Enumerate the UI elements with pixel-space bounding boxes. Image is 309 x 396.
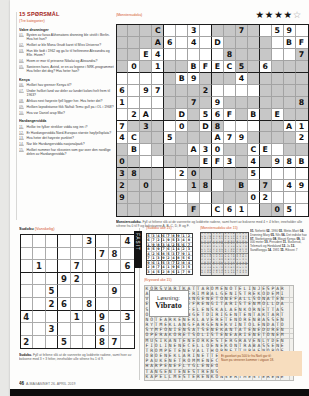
cell-r13c5[interactable]: [164, 168, 176, 180]
cell-r14c12[interactable]: [248, 180, 260, 192]
cell-r4c3[interactable]: [140, 61, 152, 73]
cell-r6c12[interactable]: [248, 85, 260, 97]
cell-r8c5[interactable]: [71, 323, 84, 336]
footer-text: A-MAGASINET 26. APRIL 2019: [26, 382, 75, 386]
cell-r1c4[interactable]: [58, 235, 71, 248]
cell-r2c5: 6: [164, 37, 176, 49]
cell-r5c15[interactable]: [284, 73, 296, 85]
cell-r3c5[interactable]: [164, 49, 176, 61]
cell-r1c6[interactable]: [176, 25, 188, 37]
answer-text: 1990: [271, 229, 279, 232]
cell-r10c14[interactable]: [272, 132, 284, 144]
cell-r11c8: 3: [200, 144, 212, 156]
cell-r2c3[interactable]: [46, 248, 59, 261]
cell-r10c15[interactable]: [284, 132, 296, 144]
cell-r5c8[interactable]: [200, 73, 212, 85]
fasit-tab: FASIT: [134, 231, 142, 268]
cell-r7c5[interactable]: [164, 97, 176, 109]
cell-r16c15: 5: [284, 204, 296, 216]
cell-r5c7[interactable]: [96, 285, 109, 298]
sudoku-grid: 347817692592684193362587: [20, 234, 135, 349]
cell-r10c16: 2: [296, 132, 308, 144]
cell-r7c10[interactable]: [224, 97, 236, 109]
cell-r6c2[interactable]: [33, 298, 46, 311]
cell-r5c1[interactable]: [117, 73, 129, 85]
cell-r6c10[interactable]: [224, 85, 236, 97]
cell-r8c1[interactable]: [117, 109, 129, 121]
cell-r2c11[interactable]: [236, 37, 248, 49]
cell-r5c4[interactable]: [58, 285, 71, 298]
cell-r7c6[interactable]: [176, 97, 188, 109]
quiz-question-number: 11.: [19, 125, 27, 129]
cell-r9c2[interactable]: [128, 121, 140, 133]
quiz-question: 14.Når ble Hardangervidda nasjonalpark?: [19, 142, 115, 146]
cell-r3c1[interactable]: [21, 260, 34, 273]
cell-r12c5[interactable]: [164, 156, 176, 168]
cell-r9c11[interactable]: [236, 121, 248, 133]
cell-r5c5[interactable]: [164, 73, 176, 85]
cell-r11c14[interactable]: [272, 144, 284, 156]
cell-r16c4[interactable]: [152, 204, 164, 216]
cell-r12c11[interactable]: [236, 156, 248, 168]
answer-number: 14.: [267, 248, 272, 251]
cell-r3c14[interactable]: [272, 49, 284, 61]
cell-r4c11: 5: [236, 61, 248, 73]
cell-r5c9[interactable]: [212, 73, 224, 85]
cell-r6c9[interactable]: [212, 85, 224, 97]
crossword-solution-caption-wrap: (Kryssord uke 15): [144, 278, 199, 284]
cell-r10c3[interactable]: [140, 132, 152, 144]
monstersudoku-label-wrap: (Monstersudoku): [116, 13, 169, 19]
cell-r8c9[interactable]: [121, 323, 134, 336]
answer-text: 1981: [272, 248, 280, 251]
cell-r9c9: 8: [212, 121, 224, 133]
cell-r15c5[interactable]: [164, 192, 176, 204]
cell-r3c2[interactable]: [128, 49, 140, 61]
cell-r4c7[interactable]: [96, 273, 109, 286]
quiz-question-text: Hvilket nummer har riksveien som går ove…: [26, 148, 115, 156]
cell-r4c1[interactable]: [117, 61, 129, 73]
cell-r5c2[interactable]: [128, 73, 140, 85]
cell-r5c3[interactable]: [140, 73, 152, 85]
cell-r8c14: E: [272, 109, 284, 121]
cell-r6c13[interactable]: [260, 85, 272, 97]
answer-number: 09.: [296, 237, 301, 240]
cell-r15c6[interactable]: [176, 192, 188, 204]
cell-r7c8[interactable]: [109, 311, 122, 324]
cell-r16c16[interactable]: [296, 204, 308, 216]
cell-r4c2[interactable]: [33, 273, 46, 286]
sudoku-solution-thumbnail: 5346789126721953481983425678597614234268…: [146, 233, 193, 275]
cell-r1c2[interactable]: [128, 25, 140, 37]
cell-r7c15[interactable]: [284, 97, 296, 109]
cell-r15c9[interactable]: [212, 192, 224, 204]
cell-r1c14: 5: [272, 25, 284, 37]
cell-r8c13[interactable]: [260, 109, 272, 121]
cell-r16c3[interactable]: [140, 204, 152, 216]
cell-r4c12[interactable]: [248, 61, 260, 73]
cell-r13c9[interactable]: [212, 168, 224, 180]
cell-r15c3[interactable]: [140, 192, 152, 204]
cell-r14c2[interactable]: [128, 180, 140, 192]
star-filled-icon: ★: [256, 9, 265, 20]
cell-r14c8: 8: [200, 180, 212, 192]
cell-r15c11[interactable]: [236, 192, 248, 204]
cell-r7c2[interactable]: [33, 311, 46, 324]
cell-r8c11[interactable]: [236, 109, 248, 121]
cell-r7c11[interactable]: [236, 97, 248, 109]
cell-r1c5[interactable]: [71, 235, 84, 248]
cell-r4c4: 1: [152, 61, 164, 73]
cell-r8c10: F: [224, 109, 236, 121]
quiz-column: 15 SPØRSMÅL (Tre kategorier) Vakre dronn…: [19, 11, 115, 225]
sudoku-caption-text: Fyll ut feltene slik at de vannrette og …: [19, 353, 131, 361]
cell-r4c14[interactable]: [272, 61, 284, 73]
cell-r8c1[interactable]: [21, 323, 34, 336]
cell-r6c7[interactable]: [96, 298, 109, 311]
cell-r16c16: A: [245, 272, 248, 275]
cell-r4c1[interactable]: [21, 273, 34, 286]
cell-r10c4[interactable]: [152, 132, 164, 144]
cell-r9c13[interactable]: [260, 121, 272, 133]
cell-r2c8[interactable]: [200, 37, 212, 49]
cell-r2c8: 8: [109, 248, 122, 261]
cell-r1c8[interactable]: [109, 235, 122, 248]
cell-r8c4[interactable]: [58, 323, 71, 336]
cell-r7c6[interactable]: [83, 311, 96, 324]
cell-r13c14[interactable]: [272, 168, 284, 180]
cell-r9c10[interactable]: [224, 121, 236, 133]
cell-r16c2[interactable]: [128, 204, 140, 216]
cell-r14c9[interactable]: [212, 180, 224, 192]
quiz-answers-wrap: 01. Nefertiti 02. 1990 03. Mette-Marit 0…: [250, 229, 309, 277]
quiz-question-text: Bysten av farao Akhenatons dronning ble …: [26, 33, 115, 41]
cell-r3c13[interactable]: [260, 49, 272, 61]
cell-r10c8[interactable]: [200, 132, 212, 144]
cell-r13c11[interactable]: [236, 168, 248, 180]
cell-r6c5[interactable]: [164, 85, 176, 97]
cell-r7c9: 9: [212, 97, 224, 109]
answer-number: 06.: [281, 233, 286, 236]
cell-r6c1[interactable]: [21, 298, 34, 311]
cell-r5c14[interactable]: [272, 73, 284, 85]
cell-r4c16[interactable]: [296, 61, 308, 73]
cell-r15c8[interactable]: [200, 192, 212, 204]
cell-r16c6[interactable]: [176, 204, 188, 216]
cell-r16c1[interactable]: [117, 204, 129, 216]
cell-r9c7[interactable]: [188, 121, 200, 133]
cell-r6c5[interactable]: [71, 298, 84, 311]
cell-r11c6[interactable]: [176, 144, 188, 156]
cell-r9c6[interactable]: [83, 336, 96, 349]
cell-r11c15[interactable]: [284, 144, 296, 156]
cell-r2c4[interactable]: [58, 248, 71, 261]
cell-r8c15[interactable]: [284, 109, 296, 121]
cell-r2c6[interactable]: [176, 37, 188, 49]
cell-r3c4: 4: [152, 49, 164, 61]
cell-r2c9[interactable]: [121, 248, 134, 261]
cell-r16c8[interactable]: [200, 204, 212, 216]
cell-r4c8[interactable]: [109, 273, 122, 286]
cell-r10c12[interactable]: [248, 132, 260, 144]
cell-r15c15[interactable]: [284, 192, 296, 204]
cell-r5c6[interactable]: [83, 285, 96, 298]
cell-r13c10[interactable]: [224, 168, 236, 180]
cell-r9c2[interactable]: [33, 336, 46, 349]
cell-r8c2[interactable]: [33, 323, 46, 336]
cell-r15c7[interactable]: [188, 192, 200, 204]
cell-r11c1[interactable]: [117, 144, 129, 156]
cell-r8c7[interactable]: [188, 109, 200, 121]
cell-r5c13[interactable]: [260, 73, 272, 85]
cell-r1c3[interactable]: [46, 235, 59, 248]
cell-r9c4: 5: [58, 336, 71, 349]
cell-r9c12[interactable]: [248, 121, 260, 133]
cell-r3c7[interactable]: [188, 49, 200, 61]
cell-r7c14[interactable]: [272, 97, 284, 109]
quiz-question-number: 07.: [19, 89, 27, 97]
cell-r15c4[interactable]: [152, 192, 164, 204]
quiz-question: 05.Søsteren hans, Astrid, er en av legen…: [19, 65, 115, 73]
cell-r5c1[interactable]: [21, 285, 34, 298]
cell-r5c9[interactable]: [121, 285, 134, 298]
cell-r13c13[interactable]: [260, 168, 272, 180]
cell-r6c8: 2: [200, 85, 212, 97]
cell-r7c3[interactable]: [46, 311, 59, 324]
cell-r4c6[interactable]: [176, 61, 188, 73]
cell-r14c4[interactable]: [152, 180, 164, 192]
crossword-solution-row: MUSIKANTENEORKESTERGRAVENLYDEN: [146, 338, 293, 343]
cell-r2c7: 4: [188, 37, 200, 49]
cell-r4c4: 9: [58, 273, 71, 286]
cell-r3c12[interactable]: [248, 49, 260, 61]
cell-r11c5[interactable]: [164, 144, 176, 156]
cell-r9c5[interactable]: [71, 336, 84, 349]
cell-r3c1[interactable]: [117, 49, 129, 61]
cell-r6c9[interactable]: [121, 298, 134, 311]
cell-r2c13[interactable]: [260, 37, 272, 49]
cell-r3c7[interactable]: [96, 260, 109, 273]
cell-r3c8[interactable]: [200, 49, 212, 61]
quiz-question-number: 10.: [19, 110, 27, 114]
cell-r1c16[interactable]: [296, 25, 308, 37]
quiz-question-text: Hva var Daniel arap Moi?: [26, 110, 64, 114]
cell-r15c16[interactable]: [296, 192, 308, 204]
cell-r1c2[interactable]: [33, 235, 46, 248]
cell-r5c4[interactable]: [152, 73, 164, 85]
cell-r3c6[interactable]: [83, 260, 96, 273]
cell-r6c16[interactable]: [296, 85, 308, 97]
cell-r2c2[interactable]: [33, 248, 46, 261]
answer-text: Mette-Marit: [283, 229, 299, 232]
cell-r10c6[interactable]: [176, 132, 188, 144]
cell-r3c6[interactable]: [176, 49, 188, 61]
cell-r10c9: A: [212, 132, 224, 144]
cell-r6c2[interactable]: [128, 85, 140, 97]
cell-r7c2[interactable]: [128, 97, 140, 109]
sudoku-solution-caption-wrap: (Sudoku uke 15): [146, 226, 197, 232]
cell-r9c1: 2: [21, 336, 34, 349]
cell-r15c10[interactable]: [224, 192, 236, 204]
cell-r7c7: 7: [188, 97, 200, 109]
cell-r9c3[interactable]: [46, 336, 59, 349]
cell-r6c8[interactable]: [109, 298, 122, 311]
cell-r15c2[interactable]: [128, 192, 140, 204]
cell-r16c5[interactable]: [164, 204, 176, 216]
quiz-question-number: 13.: [19, 136, 27, 140]
cell-r10c13[interactable]: [260, 132, 272, 144]
cell-r1c8[interactable]: [200, 25, 212, 37]
quiz-question-text: Hvilke tre fylker strekker vidda seg inn…: [26, 125, 87, 129]
cell-r6c6: 8: [83, 298, 96, 311]
answer-text: Nils: [275, 233, 281, 236]
cell-r7c4[interactable]: [152, 97, 164, 109]
cell-r6c6[interactable]: [176, 85, 188, 97]
monstersudoku-caption-lead: Monstersudoku.: [116, 220, 141, 224]
cell-r4c5[interactable]: [164, 61, 176, 73]
cell-r5c12[interactable]: [248, 73, 260, 85]
cell-r1c7[interactable]: [96, 235, 109, 248]
cell-r2c10[interactable]: [224, 37, 236, 49]
cell-r2c5[interactable]: [71, 248, 84, 261]
cell-r2c7: 7: [96, 248, 109, 261]
cell-r8c7: 6: [96, 323, 109, 336]
cell-r2c6[interactable]: [83, 248, 96, 261]
quiz-question-text: Hva heter det høyeste punktet?: [26, 136, 73, 140]
fasit-tab-label: FASIT: [135, 233, 140, 251]
cell-r1c15: 9: [284, 25, 296, 37]
cell-r2c1[interactable]: [21, 248, 34, 261]
cell-r6c15[interactable]: [284, 85, 296, 97]
cell-r1c12[interactable]: [248, 25, 260, 37]
cell-r12c3[interactable]: [140, 156, 152, 168]
cell-r2c12[interactable]: [248, 37, 260, 49]
cell-r12c4[interactable]: [152, 156, 164, 168]
cell-r5c2[interactable]: [33, 285, 46, 298]
cell-r8c2: 2: [128, 109, 140, 121]
cell-r8c8[interactable]: [109, 323, 122, 336]
cell-r3c15[interactable]: [284, 49, 296, 61]
cell-r14c5[interactable]: [164, 180, 176, 192]
cell-r1c13[interactable]: [260, 25, 272, 37]
cell-r7c12[interactable]: [248, 97, 260, 109]
cell-r5c5[interactable]: [71, 285, 84, 298]
cell-r14c10[interactable]: [224, 180, 236, 192]
cell-r5c16[interactable]: [296, 73, 308, 85]
cell-r3c9: 6: [121, 260, 134, 273]
difficulty-stars: ★★★★☆: [256, 9, 303, 20]
cell-r6c7[interactable]: [188, 85, 200, 97]
cell-r3c3[interactable]: [46, 260, 59, 273]
cell-r7c5: 1: [71, 311, 84, 324]
cell-r13c8[interactable]: [200, 168, 212, 180]
cell-r7c4[interactable]: [58, 311, 71, 324]
monstersudoku-label: (Monstersudoku): [116, 13, 142, 17]
cell-r7c3[interactable]: [140, 97, 152, 109]
cell-r5c3: 5: [46, 285, 59, 298]
cell-r14c13: 7: [260, 180, 272, 192]
cell-r12c13[interactable]: [260, 156, 272, 168]
cell-r1c1[interactable]: [117, 25, 129, 37]
cell-r1c10[interactable]: [224, 25, 236, 37]
cell-r2c14[interactable]: [272, 37, 284, 49]
cell-r11c10[interactable]: [224, 144, 236, 156]
cell-r12c2[interactable]: [128, 156, 140, 168]
cell-r3c11[interactable]: [236, 49, 248, 61]
cell-r8c5[interactable]: [164, 109, 176, 121]
cell-r8c6[interactable]: [83, 323, 96, 336]
cell-r9c4[interactable]: [152, 121, 164, 133]
cell-r8c4[interactable]: [152, 109, 164, 121]
cell-r12c7[interactable]: [188, 156, 200, 168]
cell-r6c11[interactable]: [236, 85, 248, 97]
cell-r1c1[interactable]: [21, 235, 34, 248]
cell-r6c14[interactable]: [272, 85, 284, 97]
cell-r11c11[interactable]: [236, 144, 248, 156]
cell-r12c14: 9: [272, 156, 284, 168]
cell-r9c14[interactable]: [272, 121, 284, 133]
answer-text: Riksvei 7: [285, 248, 297, 251]
cell-r16c12[interactable]: [248, 204, 260, 216]
prize-box: Et gavekort på 500 kr fra Norli går til:…: [218, 351, 302, 376]
cell-r13c3[interactable]: [140, 168, 152, 180]
cell-r7c13[interactable]: [260, 97, 272, 109]
quiz-question-number: 02.: [19, 43, 27, 47]
cell-r2c1[interactable]: [117, 37, 129, 49]
cell-r13c12: 5: [248, 168, 260, 180]
cell-r12c6[interactable]: [176, 156, 188, 168]
cell-r9c5[interactable]: [164, 121, 176, 133]
answer-text: Det indiske hav: [286, 233, 307, 236]
cell-r15c14[interactable]: [272, 192, 284, 204]
cell-r5c6: B: [176, 73, 188, 85]
quiz-question-text: Når ble Hardangervidda nasjonalpark?: [26, 142, 84, 146]
cell-r4c7: B: [188, 61, 200, 73]
cell-r3c4[interactable]: [58, 260, 71, 273]
cell-r4c15[interactable]: [284, 61, 296, 73]
cell-r11c4[interactable]: [152, 144, 164, 156]
cell-r4c6[interactable]: [83, 273, 96, 286]
cell-r2c3[interactable]: [140, 37, 152, 49]
cell-r4c9[interactable]: [121, 273, 134, 286]
cell-r11c16[interactable]: [296, 144, 308, 156]
cell-r10c7[interactable]: [188, 132, 200, 144]
cell-r14c6[interactable]: [176, 180, 188, 192]
cell-r14c14[interactable]: [272, 180, 284, 192]
cell-r5c10[interactable]: [224, 73, 236, 85]
cell-r6c4: 6: [58, 298, 71, 311]
cell-r2c2[interactable]: [128, 37, 140, 49]
cell-r4c3[interactable]: [46, 273, 59, 286]
cell-r3c8[interactable]: [109, 260, 122, 273]
cell-r11c3[interactable]: [140, 144, 152, 156]
cell-r1c3[interactable]: [140, 25, 152, 37]
cell-r16c7: F: [188, 204, 200, 216]
cell-r8c16[interactable]: [296, 109, 308, 121]
cell-r1c9[interactable]: [212, 25, 224, 37]
page-number: 46: [19, 381, 24, 386]
cell-r1c5[interactable]: [164, 25, 176, 37]
cell-r13c16[interactable]: [296, 168, 308, 180]
cell-r7c8[interactable]: [200, 97, 212, 109]
cell-r13c4[interactable]: [152, 168, 164, 180]
cell-r13c15[interactable]: [284, 168, 296, 180]
cell-r3c9[interactable]: [212, 49, 224, 61]
cell-r8c9: 6: [212, 109, 224, 121]
quiz-question-text: Hun ble født i 1962 og ga liv til heltin…: [26, 49, 115, 57]
cell-r16c13[interactable]: [260, 204, 272, 216]
cell-r9c9[interactable]: [121, 336, 134, 349]
